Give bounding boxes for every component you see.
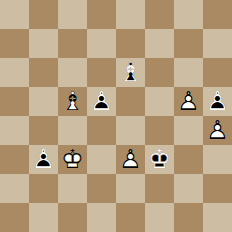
piece-white-pawn-e3[interactable]: ♟♙ <box>116 145 145 174</box>
square-d7[interactable] <box>87 29 116 58</box>
square-g4[interactable] <box>174 116 203 145</box>
piece-black-pawn-h5[interactable]: ♟♙ <box>203 87 232 116</box>
square-h4[interactable]: ♟♙ <box>203 116 232 145</box>
square-g7[interactable] <box>174 29 203 58</box>
square-g6[interactable] <box>174 58 203 87</box>
white-pawn-outline-glyph: ♙ <box>206 116 229 142</box>
piece-black-pawn-b3[interactable]: ♟♙ <box>29 145 58 174</box>
square-h1[interactable] <box>203 203 232 232</box>
square-a6[interactable] <box>0 58 29 87</box>
piece-white-bishop-c5[interactable]: ♝♗ <box>58 87 87 116</box>
square-e6[interactable]: ♝♗ <box>116 58 145 87</box>
square-c2[interactable] <box>58 174 87 203</box>
square-g8[interactable] <box>174 0 203 29</box>
square-c8[interactable] <box>58 0 87 29</box>
square-b5[interactable] <box>29 87 58 116</box>
square-h5[interactable]: ♟♙ <box>203 87 232 116</box>
square-g1[interactable] <box>174 203 203 232</box>
square-f4[interactable] <box>145 116 174 145</box>
square-c4[interactable] <box>58 116 87 145</box>
square-b8[interactable] <box>29 0 58 29</box>
square-h6[interactable] <box>203 58 232 87</box>
square-d2[interactable] <box>87 174 116 203</box>
square-a8[interactable] <box>0 0 29 29</box>
square-e5[interactable] <box>116 87 145 116</box>
square-g5[interactable]: ♟♙ <box>174 87 203 116</box>
black-pawn-outline-glyph: ♙ <box>206 87 229 113</box>
square-e1[interactable] <box>116 203 145 232</box>
piece-black-king-f3[interactable]: ♚♔ <box>145 145 174 174</box>
square-c1[interactable] <box>58 203 87 232</box>
white-pawn-outline-glyph: ♙ <box>119 145 142 171</box>
square-d6[interactable] <box>87 58 116 87</box>
square-c5[interactable]: ♝♗ <box>58 87 87 116</box>
white-bishop-outline-glyph: ♗ <box>61 87 84 113</box>
square-e3[interactable]: ♟♙ <box>116 145 145 174</box>
square-d1[interactable] <box>87 203 116 232</box>
square-f7[interactable] <box>145 29 174 58</box>
square-a7[interactable] <box>0 29 29 58</box>
square-b3[interactable]: ♟♙ <box>29 145 58 174</box>
square-e2[interactable] <box>116 174 145 203</box>
square-a2[interactable] <box>0 174 29 203</box>
square-b6[interactable] <box>29 58 58 87</box>
square-d5[interactable]: ♟♙ <box>87 87 116 116</box>
square-d8[interactable] <box>87 0 116 29</box>
piece-white-king-c3[interactable]: ♚♔ <box>58 145 87 174</box>
black-bishop-outline-glyph: ♗ <box>119 58 142 84</box>
black-pawn-outline-glyph: ♙ <box>32 145 55 171</box>
square-a4[interactable] <box>0 116 29 145</box>
square-e7[interactable] <box>116 29 145 58</box>
square-f1[interactable] <box>145 203 174 232</box>
piece-black-pawn-d5[interactable]: ♟♙ <box>87 87 116 116</box>
square-f3[interactable]: ♚♔ <box>145 145 174 174</box>
square-a3[interactable] <box>0 145 29 174</box>
square-c7[interactable] <box>58 29 87 58</box>
piece-white-pawn-h4[interactable]: ♟♙ <box>203 116 232 145</box>
square-g3[interactable] <box>174 145 203 174</box>
square-c6[interactable] <box>58 58 87 87</box>
square-a1[interactable] <box>0 203 29 232</box>
square-d4[interactable] <box>87 116 116 145</box>
square-b7[interactable] <box>29 29 58 58</box>
black-pawn-outline-glyph: ♙ <box>90 87 113 113</box>
square-e4[interactable] <box>116 116 145 145</box>
square-f5[interactable] <box>145 87 174 116</box>
black-king-outline-glyph: ♔ <box>148 145 171 171</box>
square-c3[interactable]: ♚♔ <box>58 145 87 174</box>
white-pawn-outline-glyph: ♙ <box>177 87 200 113</box>
piece-white-pawn-g5[interactable]: ♟♙ <box>174 87 203 116</box>
square-a5[interactable] <box>0 87 29 116</box>
square-h3[interactable] <box>203 145 232 174</box>
square-d3[interactable] <box>87 145 116 174</box>
piece-black-bishop-e6[interactable]: ♝♗ <box>116 58 145 87</box>
square-h8[interactable] <box>203 0 232 29</box>
white-king-outline-glyph: ♔ <box>61 145 84 171</box>
square-f8[interactable] <box>145 0 174 29</box>
square-b1[interactable] <box>29 203 58 232</box>
square-h7[interactable] <box>203 29 232 58</box>
chess-board: ♝♗♝♗♟♙♟♙♟♙♟♙♟♙♚♔♟♙♚♔ <box>0 0 232 232</box>
square-f2[interactable] <box>145 174 174 203</box>
square-b4[interactable] <box>29 116 58 145</box>
square-e8[interactable] <box>116 0 145 29</box>
square-f6[interactable] <box>145 58 174 87</box>
square-g2[interactable] <box>174 174 203 203</box>
square-b2[interactable] <box>29 174 58 203</box>
square-h2[interactable] <box>203 174 232 203</box>
